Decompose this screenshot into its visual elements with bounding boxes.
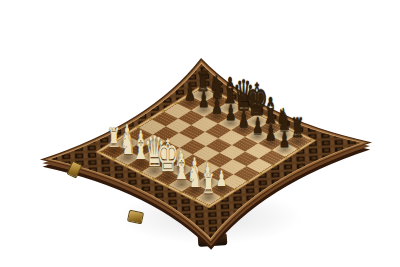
chess-piece-glyph: ♟ xyxy=(225,102,236,124)
chess-piece-glyph: ♟ xyxy=(198,89,209,111)
chess-piece-glyph: ♟ xyxy=(212,95,223,117)
chess-piece-glyph: ♟ xyxy=(252,115,263,137)
chess-piece-glyph: ♟ xyxy=(185,82,196,104)
chess-piece-glyph: ♜ xyxy=(202,171,216,198)
chess-piece-glyph: ♟ xyxy=(279,128,290,150)
chess-piece-glyph: ♟ xyxy=(266,122,277,144)
product-photo-backdrop: ♜♞♝♛♚♝♞♜♟♟♟♟♟♟♟♟♟♟♟♟♟♟♟♟♜♞♝♛♚♝♞♜ xyxy=(0,0,400,267)
chess-piece-glyph: ♟ xyxy=(216,168,227,190)
chess-piece-glyph: ♞ xyxy=(187,161,202,192)
chess-piece-glyph: ♟ xyxy=(239,108,250,130)
chess-piece-glyph: ♜ xyxy=(290,115,304,142)
